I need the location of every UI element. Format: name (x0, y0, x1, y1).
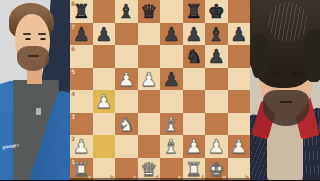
square-b7[interactable]: ♟ (93, 23, 116, 46)
eyebrow (38, 33, 46, 35)
square-f6[interactable]: ♞ (183, 45, 206, 68)
file-label-g: g (223, 174, 227, 180)
square-b4[interactable]: ♟ (93, 90, 116, 113)
piece-black-rook: ♜ (183, 0, 206, 23)
square-c4[interactable] (115, 90, 138, 113)
square-e3[interactable]: ♝ (160, 113, 183, 136)
square-a7[interactable]: 7♟ (70, 23, 93, 46)
square-h8[interactable] (228, 0, 251, 23)
square-a8[interactable]: 8♜ (70, 0, 93, 23)
square-d5[interactable]: ♟ (138, 68, 161, 91)
thumbnail-stage: monsen giving 8♜♝♛♜♚7♟♟♟♟♝♟6♞♟5♟♟♟4♟3♞♝2… (0, 0, 320, 180)
piece-black-pawn: ♟ (160, 68, 183, 91)
square-f8[interactable]: ♜ (183, 0, 206, 23)
square-f4[interactable] (183, 90, 206, 113)
piece-black-pawn: ♟ (93, 23, 116, 46)
square-a3[interactable]: 3 (70, 113, 93, 136)
rank-label-2: 2 (71, 135, 75, 142)
rank-label-5: 5 (71, 68, 75, 75)
piece-black-knight: ♞ (183, 45, 206, 68)
beard (263, 90, 309, 126)
piece-white-knight: ♞ (115, 113, 138, 136)
piece-black-bishop: ♝ (205, 23, 228, 46)
file-label-d: d (155, 174, 159, 180)
square-b5[interactable] (93, 68, 116, 91)
square-b8[interactable] (93, 0, 116, 23)
square-d7[interactable] (138, 23, 161, 46)
piece-black-pawn: ♟ (228, 23, 251, 46)
square-d6[interactable] (138, 45, 161, 68)
piece-black-pawn: ♟ (183, 23, 206, 46)
square-b1[interactable]: b (93, 158, 116, 181)
square-f7[interactable]: ♟ (183, 23, 206, 46)
square-e8[interactable] (160, 0, 183, 23)
piece-white-pawn: ♟ (183, 135, 206, 158)
hair-side (252, 34, 270, 78)
file-label-f: f (202, 174, 204, 180)
square-d4[interactable] (138, 90, 161, 113)
rank-label-8: 8 (71, 0, 75, 7)
square-h7[interactable]: ♟ (228, 23, 251, 46)
square-c6[interactable] (115, 45, 138, 68)
piece-black-queen: ♛ (138, 0, 161, 23)
piece-black-king: ♚ (205, 0, 228, 23)
square-h1[interactable]: h (228, 158, 251, 181)
square-a4[interactable]: 4 (70, 90, 93, 113)
square-d1[interactable]: d♛ (138, 158, 161, 181)
file-label-b: b (110, 174, 114, 180)
square-c2[interactable] (115, 135, 138, 158)
eyebrow (23, 33, 31, 35)
piece-white-pawn: ♟ (115, 68, 138, 91)
square-c8[interactable]: ♝ (115, 0, 138, 23)
chess-board: 8♜♝♛♜♚7♟♟♟♟♝♟6♞♟5♟♟♟4♟3♞♝2♟♝♟♟♟1a♜bcd♛ef… (70, 0, 250, 180)
rank-label-7: 7 (71, 23, 75, 30)
square-h5[interactable] (228, 68, 251, 91)
piece-black-bishop: ♝ (115, 0, 138, 23)
piece-white-pawn: ♟ (93, 90, 116, 113)
square-g6[interactable]: ♟ (205, 45, 228, 68)
square-c1[interactable]: c (115, 158, 138, 181)
square-h2[interactable]: ♟ (228, 135, 251, 158)
right-player-photo (250, 0, 320, 180)
piece-white-pawn: ♟ (228, 135, 251, 158)
square-g4[interactable] (205, 90, 228, 113)
hair-side (302, 30, 320, 82)
file-label-h: h (245, 174, 249, 180)
square-h6[interactable] (228, 45, 251, 68)
square-g2[interactable]: ♟ (205, 135, 228, 158)
file-label-a: a (88, 174, 92, 180)
piece-white-bishop: ♝ (160, 135, 183, 158)
square-c3[interactable]: ♞ (115, 113, 138, 136)
square-g8[interactable]: ♚ (205, 0, 228, 23)
square-g1[interactable]: g♚ (205, 158, 228, 181)
square-f3[interactable] (183, 113, 206, 136)
square-a6[interactable]: 6 (70, 45, 93, 68)
shirt-logo (36, 108, 41, 115)
square-e4[interactable] (160, 90, 183, 113)
square-e7[interactable]: ♟ (160, 23, 183, 46)
square-d2[interactable] (138, 135, 161, 158)
square-g3[interactable] (205, 113, 228, 136)
square-g5[interactable] (205, 68, 228, 91)
piece-white-pawn: ♟ (205, 135, 228, 158)
square-d3[interactable] (138, 113, 161, 136)
square-d8[interactable]: ♛ (138, 0, 161, 23)
square-e1[interactable]: e (160, 158, 183, 181)
rank-label-1: 1 (71, 158, 75, 165)
square-e5[interactable]: ♟ (160, 68, 183, 91)
square-h4[interactable] (228, 90, 251, 113)
square-b6[interactable] (93, 45, 116, 68)
square-a2[interactable]: 2♟ (70, 135, 93, 158)
rank-label-3: 3 (71, 113, 75, 120)
left-player-photo: monsen giving (0, 0, 70, 180)
piece-black-pawn: ♟ (205, 45, 228, 68)
square-c7[interactable] (115, 23, 138, 46)
file-label-e: e (178, 174, 182, 180)
beard (17, 46, 49, 71)
square-a1[interactable]: 1a♜ (70, 158, 93, 181)
square-b3[interactable] (93, 113, 116, 136)
mouth (280, 101, 292, 103)
hair-grey-streaks (268, 2, 308, 42)
square-e6[interactable] (160, 45, 183, 68)
rank-label-6: 6 (71, 45, 75, 52)
square-b2[interactable] (93, 135, 116, 158)
piece-black-pawn: ♟ (160, 23, 183, 46)
piece-white-bishop: ♝ (160, 113, 183, 136)
square-f2[interactable]: ♟ (183, 135, 206, 158)
file-label-c: c (133, 174, 136, 180)
square-c5[interactable]: ♟ (115, 68, 138, 91)
piece-white-pawn: ♟ (138, 68, 161, 91)
square-a5[interactable]: 5 (70, 68, 93, 91)
square-f1[interactable]: f♜ (183, 158, 206, 181)
square-f5[interactable] (183, 68, 206, 91)
mouth (28, 55, 39, 57)
square-g7[interactable]: ♝ (205, 23, 228, 46)
square-e2[interactable]: ♝ (160, 135, 183, 158)
square-h3[interactable] (228, 113, 251, 136)
rank-label-4: 4 (71, 90, 75, 97)
